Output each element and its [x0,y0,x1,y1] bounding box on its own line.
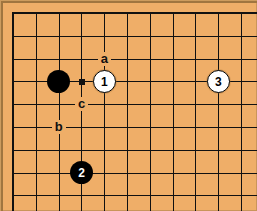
black-stone-point-C16 [47,70,70,93]
label-point-C14: b [47,116,70,139]
white-stone-point-K16: 3 [207,70,230,93]
go-board-diagram: 132abc [0,0,257,211]
hoshi-point-D16 [70,70,93,93]
label-point-E17: a [93,47,116,70]
white-stone: 1 [93,70,116,93]
black-stone: 2 [70,161,93,184]
point-label-a: a [98,52,111,66]
white-stone-point-E16: 1 [93,70,116,93]
label-point-D15: c [70,93,93,116]
white-stone: 3 [207,70,230,93]
black-stone [47,70,70,93]
black-stone-point-D12: 2 [70,161,93,184]
intersection-grid: 132abc [2,2,253,207]
point-label-b: b [52,120,66,134]
point-label-c: c [75,97,88,111]
hoshi-square-marker [79,79,85,85]
